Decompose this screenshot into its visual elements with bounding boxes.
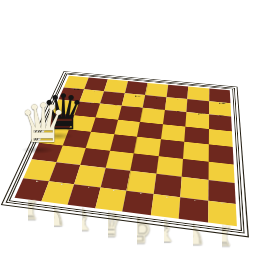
white-queen-glyph: ♛ [94,209,124,242]
square-h2: ♟ [208,180,236,204]
square-d3 [105,150,134,170]
square-e7: ♟ [143,95,166,110]
square-g2: ♟ [180,177,208,200]
square-g6 [185,112,208,129]
square-d5 [114,119,140,136]
square-f7: ♟ [164,97,187,112]
square-e5 [137,122,163,140]
square-b2: ♟ [49,162,81,184]
square-h7: ♟ [209,101,232,117]
white-bishop-glyph: ♝ [151,216,178,246]
square-a3 [32,143,63,163]
square-g4 [183,142,208,162]
square-g5 [184,126,208,144]
product-photo: ♜♞♝♛♚♝♞♜♟♟♟♟♟♟♟♟♟♟♟♟♟♟♟♟♜♞♝♛♚♝♞♜ ♛♛ [0,0,255,255]
square-d2: ♟ [100,168,130,190]
square-d7: ♟ [121,93,145,108]
white-rook-glyph: ♜ [17,199,40,225]
square-h8: ♜ [209,88,231,102]
white-knight-glyph: ♞ [180,220,206,249]
square-a6 [52,99,79,114]
square-g1: ♞ [179,197,208,223]
square-h5 [208,129,232,147]
chess-board: ♜♞♝♛♚♝♞♜♟♟♟♟♟♟♟♟♟♟♟♟♟♟♟♟♜♞♝♛♚♝♞♜ [15,76,237,227]
square-f8: ♝ [166,85,188,99]
square-e1: ♚ [122,190,153,215]
square-f5 [160,124,185,142]
square-h1: ♜ [208,200,237,226]
square-e3 [130,153,158,174]
chess-board-frame: ♜♞♝♛♚♝♞♜♟♟♟♟♟♟♟♟♟♟♟♟♟♟♟♟♜♞♝♛♚♝♞♜ [1,71,249,237]
square-e8: ♚ [145,83,168,97]
white-knight-glyph: ♞ [42,202,67,230]
square-g8: ♞ [187,87,209,101]
square-e2: ♟ [126,171,155,194]
square-f1: ♝ [150,194,180,219]
scene-perspective: ♜♞♝♛♚♝♞♜♟♟♟♟♟♟♟♟♟♟♟♟♟♟♟♟♜♞♝♛♚♝♞♜ [0,0,255,255]
square-c2: ♟ [74,165,105,187]
square-f2: ♟ [153,174,182,197]
white-rook-glyph: ♜ [210,223,234,250]
white-king-glyph: ♚ [120,212,152,248]
white-bishop-glyph: ♝ [68,205,94,235]
square-g7: ♟ [186,99,208,114]
